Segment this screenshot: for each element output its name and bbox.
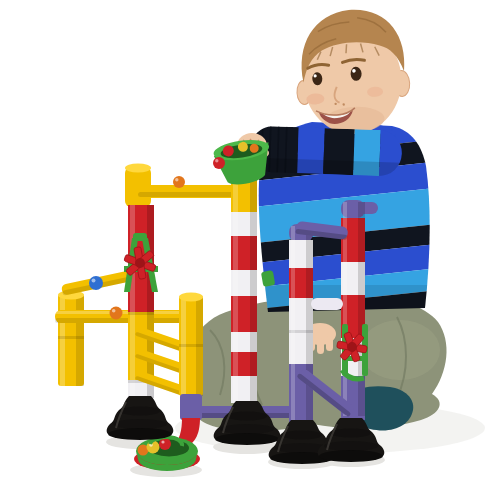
purple-tower-left [289, 224, 313, 424]
yellow-column-right [179, 293, 203, 397]
green-spiral-tray [134, 437, 200, 471]
boy-right-arm [249, 126, 403, 177]
marble-red-at-funnel-edge [213, 157, 225, 169]
funnel-tower [231, 178, 257, 403]
knee-highlight [360, 320, 440, 380]
scene-illustration [0, 0, 500, 492]
marble-orange-on-low-track [110, 307, 123, 320]
marble-orange-on-top-track [173, 176, 185, 188]
white-mid-connector [311, 298, 343, 310]
purple-elbow-connector [180, 394, 202, 420]
wheel-mount [133, 233, 147, 241]
yellow-column-far-left [58, 291, 84, 387]
photo-canvas: A smiling young boy with short sandy-bro… [0, 0, 500, 492]
marble-blue-on-ramp [89, 276, 103, 290]
